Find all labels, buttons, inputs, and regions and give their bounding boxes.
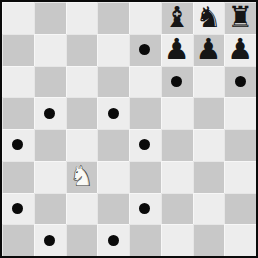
square-g3[interactable] (193, 161, 225, 193)
square-a3[interactable] (2, 161, 34, 193)
square-b6[interactable] (34, 66, 66, 98)
square-f7[interactable]: ♟ (161, 34, 193, 66)
square-d7[interactable] (97, 34, 129, 66)
square-b1[interactable] (34, 224, 66, 256)
square-g8[interactable]: ♞ (193, 2, 225, 34)
square-c5[interactable] (66, 97, 98, 129)
square-b4[interactable] (34, 129, 66, 161)
chess-board: ♝♞♜♟♟♟♞♘ (0, 0, 258, 258)
black-knight-g8[interactable]: ♞ (193, 2, 225, 34)
move-marker-a2 (12, 203, 23, 214)
square-f3[interactable] (161, 161, 193, 193)
square-c1[interactable] (66, 224, 98, 256)
square-d1[interactable] (97, 224, 129, 256)
move-marker-d5 (108, 108, 119, 119)
square-e6[interactable] (129, 66, 161, 98)
white-knight-c3[interactable]: ♞♘ (66, 161, 98, 193)
square-g7[interactable]: ♟ (193, 34, 225, 66)
square-f4[interactable] (161, 129, 193, 161)
square-g6[interactable] (193, 66, 225, 98)
square-h7[interactable]: ♟ (224, 34, 256, 66)
square-h3[interactable] (224, 161, 256, 193)
square-f2[interactable] (161, 193, 193, 225)
square-c2[interactable] (66, 193, 98, 225)
square-d8[interactable] (97, 2, 129, 34)
square-c3[interactable]: ♞♘ (66, 161, 98, 193)
move-marker-h6 (235, 76, 246, 87)
move-marker-b5 (44, 108, 55, 119)
black-rook-h8[interactable]: ♜ (224, 2, 256, 34)
square-c4[interactable] (66, 129, 98, 161)
square-h5[interactable] (224, 97, 256, 129)
square-e2[interactable] (129, 193, 161, 225)
square-g2[interactable] (193, 193, 225, 225)
square-g4[interactable] (193, 129, 225, 161)
square-b2[interactable] (34, 193, 66, 225)
black-pawn-f7[interactable]: ♟ (161, 34, 193, 66)
move-marker-b1 (44, 235, 55, 246)
square-a6[interactable] (2, 66, 34, 98)
black-pawn-g7[interactable]: ♟ (193, 34, 225, 66)
black-pawn-h7[interactable]: ♟ (224, 34, 256, 66)
square-c6[interactable] (66, 66, 98, 98)
square-a1[interactable] (2, 224, 34, 256)
square-a2[interactable] (2, 193, 34, 225)
square-b8[interactable] (34, 2, 66, 34)
piece-outline-glyph: ♘ (66, 161, 98, 193)
square-d3[interactable] (97, 161, 129, 193)
square-b7[interactable] (34, 34, 66, 66)
square-e4[interactable] (129, 129, 161, 161)
black-bishop-f8[interactable]: ♝ (161, 2, 193, 34)
move-marker-a4 (12, 139, 23, 150)
square-e8[interactable] (129, 2, 161, 34)
square-e1[interactable] (129, 224, 161, 256)
square-a7[interactable] (2, 34, 34, 66)
move-marker-f6 (171, 76, 182, 87)
square-e5[interactable] (129, 97, 161, 129)
square-f8[interactable]: ♝ (161, 2, 193, 34)
square-d6[interactable] (97, 66, 129, 98)
move-marker-e4 (139, 139, 150, 150)
move-marker-e7 (139, 44, 150, 55)
square-d2[interactable] (97, 193, 129, 225)
square-h1[interactable] (224, 224, 256, 256)
square-a5[interactable] (2, 97, 34, 129)
square-h2[interactable] (224, 193, 256, 225)
square-h8[interactable]: ♜ (224, 2, 256, 34)
move-marker-d1 (108, 235, 119, 246)
square-f5[interactable] (161, 97, 193, 129)
square-h4[interactable] (224, 129, 256, 161)
square-f1[interactable] (161, 224, 193, 256)
chess-diagram: ♝♞♜♟♟♟♞♘ (0, 0, 258, 258)
square-a4[interactable] (2, 129, 34, 161)
square-b5[interactable] (34, 97, 66, 129)
square-e7[interactable] (129, 34, 161, 66)
move-marker-e2 (139, 203, 150, 214)
square-d4[interactable] (97, 129, 129, 161)
square-h6[interactable] (224, 66, 256, 98)
square-c7[interactable] (66, 34, 98, 66)
square-a8[interactable] (2, 2, 34, 34)
square-d5[interactable] (97, 97, 129, 129)
square-g1[interactable] (193, 224, 225, 256)
square-g5[interactable] (193, 97, 225, 129)
square-b3[interactable] (34, 161, 66, 193)
square-f6[interactable] (161, 66, 193, 98)
square-e3[interactable] (129, 161, 161, 193)
square-c8[interactable] (66, 2, 98, 34)
